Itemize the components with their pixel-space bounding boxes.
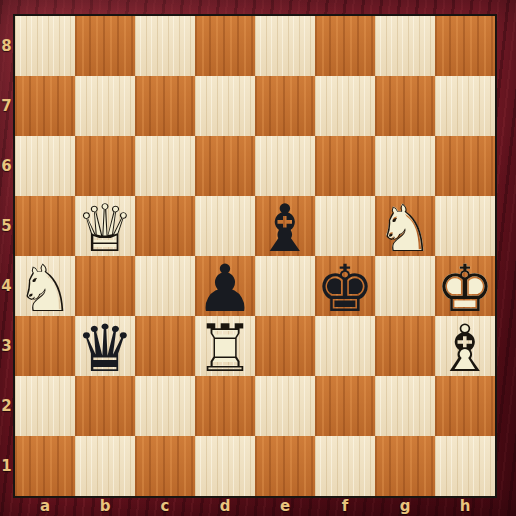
piece-black-bishop-e5[interactable]: ♝ — [255, 196, 315, 256]
white-piece-outline-glyph: ♔ — [435, 258, 495, 318]
square-h4[interactable]: ♚♔ — [435, 256, 495, 316]
file-label-a: a — [15, 497, 75, 515]
square-a4[interactable]: ♞♘ — [15, 256, 75, 316]
black-piece-glyph: ♝ — [255, 198, 315, 258]
square-a6[interactable] — [15, 136, 75, 196]
square-e7[interactable] — [255, 76, 315, 136]
black-piece-glyph: ♚ — [315, 258, 375, 318]
rank-label-3: 3 — [0, 316, 13, 376]
square-b8[interactable] — [75, 16, 135, 76]
square-b2[interactable] — [75, 376, 135, 436]
square-c3[interactable] — [135, 316, 195, 376]
square-f2[interactable] — [315, 376, 375, 436]
square-h7[interactable] — [435, 76, 495, 136]
piece-white-king-h4[interactable]: ♚♔ — [435, 256, 495, 316]
square-a3[interactable] — [15, 316, 75, 376]
white-piece-outline-glyph: ♖ — [195, 318, 255, 378]
board-frame: ♛♕♝♞♘♞♘♟♚♚♔♛♜♖♝♗ 87654321abcdefgh — [0, 0, 516, 516]
square-b5[interactable]: ♛♕ — [75, 196, 135, 256]
square-d8[interactable] — [195, 16, 255, 76]
square-g7[interactable] — [375, 76, 435, 136]
square-g3[interactable] — [375, 316, 435, 376]
square-c4[interactable] — [135, 256, 195, 316]
square-b4[interactable] — [75, 256, 135, 316]
square-d2[interactable] — [195, 376, 255, 436]
file-label-d: d — [195, 497, 255, 515]
square-g1[interactable] — [375, 436, 435, 496]
square-f5[interactable] — [315, 196, 375, 256]
square-c1[interactable] — [135, 436, 195, 496]
white-piece-outline-glyph: ♗ — [435, 318, 495, 378]
square-e6[interactable] — [255, 136, 315, 196]
square-g2[interactable] — [375, 376, 435, 436]
square-e2[interactable] — [255, 376, 315, 436]
file-label-b: b — [75, 497, 135, 515]
square-d1[interactable] — [195, 436, 255, 496]
white-piece-outline-glyph: ♘ — [15, 258, 75, 318]
square-h5[interactable] — [435, 196, 495, 256]
square-c6[interactable] — [135, 136, 195, 196]
piece-white-bishop-h3[interactable]: ♝♗ — [435, 316, 495, 376]
square-g8[interactable] — [375, 16, 435, 76]
square-g4[interactable] — [375, 256, 435, 316]
square-a5[interactable] — [15, 196, 75, 256]
square-h8[interactable] — [435, 16, 495, 76]
square-h2[interactable] — [435, 376, 495, 436]
square-e1[interactable] — [255, 436, 315, 496]
square-h1[interactable] — [435, 436, 495, 496]
piece-black-queen-b3[interactable]: ♛ — [75, 316, 135, 376]
square-d7[interactable] — [195, 76, 255, 136]
piece-white-knight-a4[interactable]: ♞♘ — [15, 256, 75, 316]
square-h3[interactable]: ♝♗ — [435, 316, 495, 376]
square-e3[interactable] — [255, 316, 315, 376]
rank-label-7: 7 — [0, 76, 13, 136]
rank-label-2: 2 — [0, 376, 13, 436]
square-e4[interactable] — [255, 256, 315, 316]
square-d3[interactable]: ♜♖ — [195, 316, 255, 376]
square-f4[interactable]: ♚ — [315, 256, 375, 316]
rank-label-5: 5 — [0, 196, 13, 256]
chess-board: ♛♕♝♞♘♞♘♟♚♚♔♛♜♖♝♗ — [13, 14, 497, 498]
square-c7[interactable] — [135, 76, 195, 136]
black-piece-glyph: ♟ — [195, 258, 255, 318]
white-piece-outline-glyph: ♕ — [75, 198, 135, 258]
square-f1[interactable] — [315, 436, 375, 496]
white-piece-outline-glyph: ♘ — [375, 198, 435, 258]
square-d5[interactable] — [195, 196, 255, 256]
square-a7[interactable] — [15, 76, 75, 136]
piece-black-king-f4[interactable]: ♚ — [315, 256, 375, 316]
square-f7[interactable] — [315, 76, 375, 136]
square-g6[interactable] — [375, 136, 435, 196]
square-f8[interactable] — [315, 16, 375, 76]
square-f6[interactable] — [315, 136, 375, 196]
square-f3[interactable] — [315, 316, 375, 376]
file-label-e: e — [255, 497, 315, 515]
square-a2[interactable] — [15, 376, 75, 436]
rank-label-4: 4 — [0, 256, 13, 316]
square-b1[interactable] — [75, 436, 135, 496]
rank-label-6: 6 — [0, 136, 13, 196]
piece-black-pawn-d4[interactable]: ♟ — [195, 256, 255, 316]
square-d4[interactable]: ♟ — [195, 256, 255, 316]
file-label-f: f — [315, 497, 375, 515]
piece-white-queen-b5[interactable]: ♛♕ — [75, 196, 135, 256]
square-b6[interactable] — [75, 136, 135, 196]
square-h6[interactable] — [435, 136, 495, 196]
square-e8[interactable] — [255, 16, 315, 76]
file-label-g: g — [375, 497, 435, 515]
black-piece-glyph: ♛ — [75, 318, 135, 378]
rank-label-8: 8 — [0, 16, 13, 76]
square-g5[interactable]: ♞♘ — [375, 196, 435, 256]
square-d6[interactable] — [195, 136, 255, 196]
piece-white-knight-g5[interactable]: ♞♘ — [375, 196, 435, 256]
file-label-c: c — [135, 497, 195, 515]
square-b7[interactable] — [75, 76, 135, 136]
square-c2[interactable] — [135, 376, 195, 436]
square-b3[interactable]: ♛ — [75, 316, 135, 376]
file-label-h: h — [435, 497, 495, 515]
square-a8[interactable] — [15, 16, 75, 76]
rank-label-1: 1 — [0, 436, 13, 496]
square-a1[interactable] — [15, 436, 75, 496]
square-c5[interactable] — [135, 196, 195, 256]
square-c8[interactable] — [135, 16, 195, 76]
square-e5[interactable]: ♝ — [255, 196, 315, 256]
piece-white-rook-d3[interactable]: ♜♖ — [195, 316, 255, 376]
